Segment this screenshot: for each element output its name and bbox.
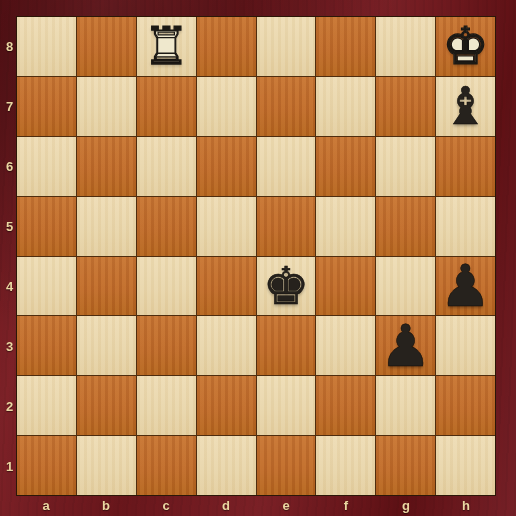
square-d1[interactable] (197, 436, 256, 495)
file-label-c: c (136, 495, 196, 516)
square-a7[interactable] (17, 77, 76, 136)
square-b4[interactable] (77, 257, 136, 316)
square-e5[interactable] (257, 197, 316, 256)
square-a2[interactable] (17, 376, 76, 435)
file-label-e: e (256, 495, 316, 516)
square-f4[interactable] (316, 257, 375, 316)
square-h6[interactable] (436, 137, 495, 196)
square-g4[interactable] (376, 257, 435, 316)
black-pawn-glyph: ♟ (376, 316, 435, 375)
black-king-glyph: ♚ (257, 257, 316, 316)
square-c1[interactable] (137, 436, 196, 495)
square-c6[interactable] (137, 137, 196, 196)
square-b3[interactable] (77, 316, 136, 375)
rank-label-8: 8 (0, 16, 16, 76)
square-d5[interactable] (197, 197, 256, 256)
chess-board: ♜♖♚♔♝♚♟♟ (16, 16, 496, 496)
square-f5[interactable] (316, 197, 375, 256)
file-label-d: d (196, 495, 256, 516)
square-g8[interactable] (376, 17, 435, 76)
white-king-outline: ♔ (436, 17, 495, 76)
file-label-g: g (376, 495, 436, 516)
file-label-h: h (436, 495, 496, 516)
square-a1[interactable] (17, 436, 76, 495)
white-rook[interactable]: ♜♖ (137, 17, 196, 76)
square-c8[interactable]: ♜♖ (137, 17, 196, 76)
square-g1[interactable] (376, 436, 435, 495)
chess-board-screenshot: 87654321 ♜♖♚♔♝♚♟♟ abcdefgh (0, 0, 516, 516)
file-label-b: b (76, 495, 136, 516)
black-pawn[interactable]: ♟ (436, 257, 495, 316)
black-pawn-glyph: ♟ (436, 257, 495, 316)
square-g3[interactable]: ♟ (376, 316, 435, 375)
square-d2[interactable] (197, 376, 256, 435)
white-king[interactable]: ♚♔ (436, 17, 495, 76)
square-b8[interactable] (77, 17, 136, 76)
square-f2[interactable] (316, 376, 375, 435)
square-c5[interactable] (137, 197, 196, 256)
square-a4[interactable] (17, 257, 76, 316)
square-e4[interactable]: ♚ (257, 257, 316, 316)
square-b6[interactable] (77, 137, 136, 196)
black-bishop[interactable]: ♝ (436, 77, 495, 136)
square-f6[interactable] (316, 137, 375, 196)
square-a6[interactable] (17, 137, 76, 196)
square-e8[interactable] (257, 17, 316, 76)
square-f7[interactable] (316, 77, 375, 136)
square-h5[interactable] (436, 197, 495, 256)
black-bishop-glyph: ♝ (436, 77, 495, 136)
square-d4[interactable] (197, 257, 256, 316)
square-h1[interactable] (436, 436, 495, 495)
rank-label-6: 6 (0, 136, 16, 196)
black-pawn[interactable]: ♟ (376, 316, 435, 375)
square-f8[interactable] (316, 17, 375, 76)
square-g7[interactable] (376, 77, 435, 136)
square-b7[interactable] (77, 77, 136, 136)
square-g6[interactable] (376, 137, 435, 196)
square-d3[interactable] (197, 316, 256, 375)
square-h7[interactable]: ♝ (436, 77, 495, 136)
square-h2[interactable] (436, 376, 495, 435)
rank-label-3: 3 (0, 316, 16, 376)
square-f3[interactable] (316, 316, 375, 375)
square-g2[interactable] (376, 376, 435, 435)
square-e6[interactable] (257, 137, 316, 196)
square-g5[interactable] (376, 197, 435, 256)
square-e2[interactable] (257, 376, 316, 435)
rank-label-2: 2 (0, 376, 16, 436)
rank-labels: 87654321 (0, 16, 16, 496)
black-king[interactable]: ♚ (257, 257, 316, 316)
rank-label-7: 7 (0, 76, 16, 136)
rank-label-4: 4 (0, 256, 16, 316)
square-a5[interactable] (17, 197, 76, 256)
square-c3[interactable] (137, 316, 196, 375)
square-e1[interactable] (257, 436, 316, 495)
white-rook-outline: ♖ (137, 17, 196, 76)
square-d6[interactable] (197, 137, 256, 196)
rank-label-1: 1 (0, 436, 16, 496)
square-d7[interactable] (197, 77, 256, 136)
square-c7[interactable] (137, 77, 196, 136)
square-b2[interactable] (77, 376, 136, 435)
square-h8[interactable]: ♚♔ (436, 17, 495, 76)
square-c4[interactable] (137, 257, 196, 316)
square-h4[interactable]: ♟ (436, 257, 495, 316)
file-label-f: f (316, 495, 376, 516)
square-f1[interactable] (316, 436, 375, 495)
square-a8[interactable] (17, 17, 76, 76)
square-b5[interactable] (77, 197, 136, 256)
file-labels: abcdefgh (16, 495, 496, 516)
square-b1[interactable] (77, 436, 136, 495)
square-h3[interactable] (436, 316, 495, 375)
rank-label-5: 5 (0, 196, 16, 256)
square-e3[interactable] (257, 316, 316, 375)
square-e7[interactable] (257, 77, 316, 136)
square-a3[interactable] (17, 316, 76, 375)
square-d8[interactable] (197, 17, 256, 76)
square-c2[interactable] (137, 376, 196, 435)
file-label-a: a (16, 495, 76, 516)
